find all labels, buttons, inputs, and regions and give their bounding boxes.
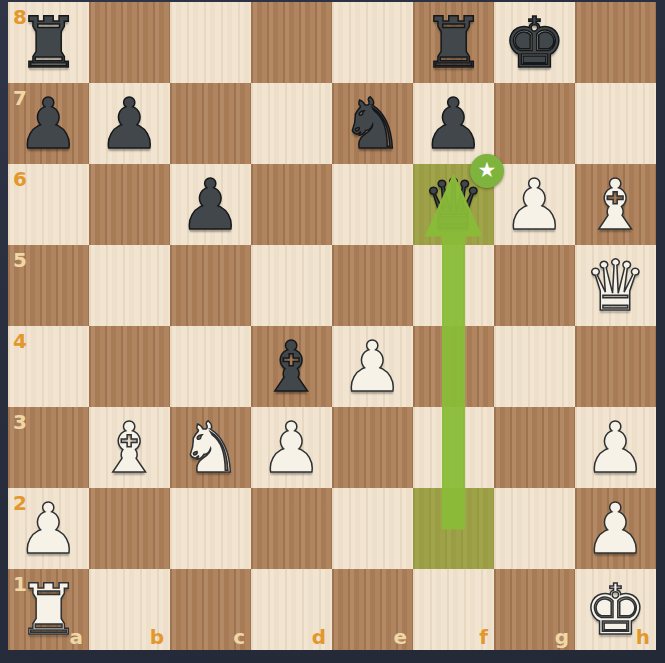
white-pawn[interactable]: ♟: [575, 407, 656, 488]
white-king[interactable]: ♚: [575, 569, 656, 650]
square-b6[interactable]: [89, 164, 170, 245]
black-pawn[interactable]: ♟: [89, 83, 170, 164]
square-h6[interactable]: ♝: [575, 164, 656, 245]
square-e8[interactable]: [332, 2, 413, 83]
white-bishop[interactable]: ♝: [89, 407, 170, 488]
square-g6[interactable]: ♟: [494, 164, 575, 245]
square-e6[interactable]: [332, 164, 413, 245]
square-f7[interactable]: ♟: [413, 83, 494, 164]
square-c2[interactable]: [170, 488, 251, 569]
square-d5[interactable]: [251, 245, 332, 326]
square-a7[interactable]: 7♟: [8, 83, 89, 164]
file-label-f: f: [479, 625, 488, 649]
white-rook[interactable]: ♜: [8, 569, 89, 650]
square-d1[interactable]: d: [251, 569, 332, 650]
square-g8[interactable]: ♚: [494, 2, 575, 83]
black-pawn[interactable]: ♟: [413, 83, 494, 164]
rank-label-4: 4: [13, 329, 27, 353]
square-c1[interactable]: c: [170, 569, 251, 650]
square-d3[interactable]: ♟: [251, 407, 332, 488]
square-g7[interactable]: [494, 83, 575, 164]
square-h8[interactable]: [575, 2, 656, 83]
square-d4[interactable]: ♝: [251, 326, 332, 407]
square-e2[interactable]: [332, 488, 413, 569]
square-c8[interactable]: [170, 2, 251, 83]
square-e1[interactable]: e: [332, 569, 413, 650]
black-rook[interactable]: ♜: [8, 2, 89, 83]
square-g4[interactable]: [494, 326, 575, 407]
black-pawn[interactable]: ♟: [8, 83, 89, 164]
rank-label-6: 6: [13, 167, 27, 191]
white-pawn[interactable]: ♟: [8, 488, 89, 569]
square-e7[interactable]: ♞: [332, 83, 413, 164]
square-c4[interactable]: [170, 326, 251, 407]
square-g5[interactable]: [494, 245, 575, 326]
square-a2[interactable]: 2♟: [8, 488, 89, 569]
square-h2[interactable]: ♟: [575, 488, 656, 569]
square-c5[interactable]: [170, 245, 251, 326]
square-d6[interactable]: [251, 164, 332, 245]
square-d7[interactable]: [251, 83, 332, 164]
chess-board: ★ 8♜♜♚7♟♟♞♟6♟♛♟♝5♛4♝♟3♝♞♟♟2♟♟1a♜bcdefgh♚: [8, 2, 656, 650]
black-knight[interactable]: ♞: [332, 83, 413, 164]
square-b4[interactable]: [89, 326, 170, 407]
white-pawn[interactable]: ♟: [575, 488, 656, 569]
square-h1[interactable]: h♚: [575, 569, 656, 650]
black-king[interactable]: ♚: [494, 2, 575, 83]
square-b7[interactable]: ♟: [89, 83, 170, 164]
square-b2[interactable]: [89, 488, 170, 569]
square-c3[interactable]: ♞: [170, 407, 251, 488]
white-pawn[interactable]: ♟: [332, 326, 413, 407]
black-bishop[interactable]: ♝: [251, 326, 332, 407]
square-h3[interactable]: ♟: [575, 407, 656, 488]
square-g1[interactable]: g: [494, 569, 575, 650]
square-c7[interactable]: [170, 83, 251, 164]
square-f3[interactable]: [413, 407, 494, 488]
square-f5[interactable]: [413, 245, 494, 326]
best-move-badge: ★: [470, 154, 504, 188]
square-d2[interactable]: [251, 488, 332, 569]
square-g3[interactable]: [494, 407, 575, 488]
black-pawn[interactable]: ♟: [170, 164, 251, 245]
square-b8[interactable]: [89, 2, 170, 83]
square-a8[interactable]: 8♜: [8, 2, 89, 83]
square-a3[interactable]: 3: [8, 407, 89, 488]
white-pawn[interactable]: ♟: [494, 164, 575, 245]
square-h7[interactable]: [575, 83, 656, 164]
square-a1[interactable]: 1a♜: [8, 569, 89, 650]
square-c6[interactable]: ♟: [170, 164, 251, 245]
white-knight[interactable]: ♞: [170, 407, 251, 488]
file-label-g: g: [555, 625, 569, 649]
square-a6[interactable]: 6: [8, 164, 89, 245]
white-pawn[interactable]: ♟: [251, 407, 332, 488]
square-a4[interactable]: 4: [8, 326, 89, 407]
square-h5[interactable]: ♛: [575, 245, 656, 326]
square-h4[interactable]: [575, 326, 656, 407]
square-f4[interactable]: [413, 326, 494, 407]
square-e4[interactable]: ♟: [332, 326, 413, 407]
square-b5[interactable]: [89, 245, 170, 326]
square-e5[interactable]: [332, 245, 413, 326]
square-b3[interactable]: ♝: [89, 407, 170, 488]
rank-label-3: 3: [13, 410, 27, 434]
file-label-b: b: [150, 625, 164, 649]
square-f2[interactable]: [413, 488, 494, 569]
white-queen[interactable]: ♛: [575, 245, 656, 326]
square-b1[interactable]: b: [89, 569, 170, 650]
black-rook[interactable]: ♜: [413, 2, 494, 83]
square-f1[interactable]: f: [413, 569, 494, 650]
square-g2[interactable]: [494, 488, 575, 569]
highlight-f2: [413, 488, 494, 569]
square-e3[interactable]: [332, 407, 413, 488]
file-label-c: c: [233, 625, 245, 649]
white-bishop[interactable]: ♝: [575, 164, 656, 245]
square-f8[interactable]: ♜: [413, 2, 494, 83]
file-label-d: d: [312, 625, 326, 649]
file-label-e: e: [393, 625, 407, 649]
rank-label-5: 5: [13, 248, 27, 272]
square-a5[interactable]: 5: [8, 245, 89, 326]
star-icon: ★: [478, 160, 497, 181]
square-d8[interactable]: [251, 2, 332, 83]
